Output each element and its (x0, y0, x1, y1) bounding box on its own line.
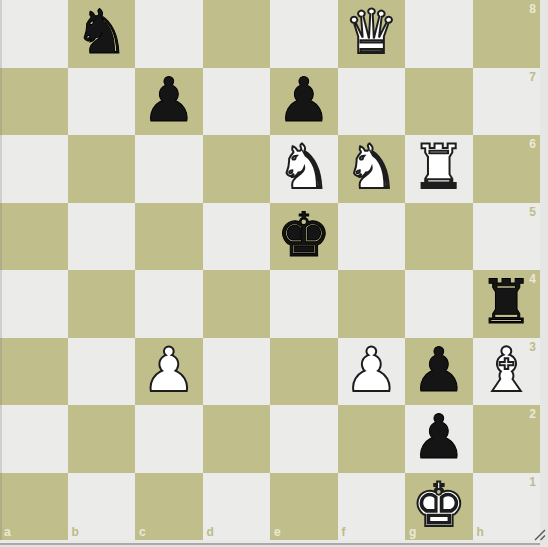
white-bishop-icon[interactable]: ♝ (479, 336, 534, 404)
square-a6[interactable] (0, 135, 68, 203)
square-d8[interactable] (203, 0, 271, 68)
file-label-b: b (72, 526, 79, 538)
square-g4[interactable] (405, 270, 473, 338)
square-h7[interactable]: 7 (473, 68, 541, 136)
rank-label-5: 5 (529, 206, 536, 218)
square-e1[interactable]: e (270, 473, 338, 541)
square-a5[interactable] (0, 203, 68, 271)
rank-label-6: 6 (529, 138, 536, 150)
square-b6[interactable] (68, 135, 136, 203)
square-c8[interactable] (135, 0, 203, 68)
square-d2[interactable] (203, 405, 271, 473)
square-e7[interactable]: ♟ (270, 68, 338, 136)
white-rook-icon[interactable]: ♜ (411, 133, 466, 201)
file-label-h: h (477, 526, 484, 538)
file-label-e: e (274, 526, 281, 538)
file-label-c: c (139, 526, 146, 538)
square-g7[interactable] (405, 68, 473, 136)
square-b2[interactable] (68, 405, 136, 473)
square-a7[interactable] (0, 68, 68, 136)
square-f8[interactable]: ♛ (338, 0, 406, 68)
rank-label-8: 8 (529, 3, 536, 15)
square-c4[interactable] (135, 270, 203, 338)
square-f3[interactable]: ♟ (338, 338, 406, 406)
black-rook-icon[interactable]: ♜ (479, 268, 534, 336)
square-e3[interactable] (270, 338, 338, 406)
square-h1[interactable]: 1h (473, 473, 541, 541)
black-pawn-icon[interactable]: ♟ (411, 336, 466, 404)
square-f6[interactable]: ♞ (338, 135, 406, 203)
white-pawn-icon[interactable]: ♟ (141, 336, 196, 404)
square-g5[interactable] (405, 203, 473, 271)
square-e8[interactable] (270, 0, 338, 68)
square-d6[interactable] (203, 135, 271, 203)
square-a8[interactable] (0, 0, 68, 68)
rank-label-2: 2 (529, 408, 536, 420)
board-resize-handle[interactable] (533, 528, 547, 542)
square-d3[interactable] (203, 338, 271, 406)
square-c6[interactable] (135, 135, 203, 203)
square-g8[interactable] (405, 0, 473, 68)
square-h4[interactable]: 4♜ (473, 270, 541, 338)
white-king-icon[interactable]: ♚ (411, 471, 466, 539)
black-knight-icon[interactable]: ♞ (74, 0, 129, 66)
square-e2[interactable] (270, 405, 338, 473)
square-a3[interactable] (0, 338, 68, 406)
chess-board-page: ♞♛8♟♟7♞♞♜6♚54♜♟♟♟3♝♟2abcdefg♚1h (0, 0, 548, 547)
white-queen-icon[interactable]: ♛ (344, 0, 399, 66)
square-h6[interactable]: 6 (473, 135, 541, 203)
square-g1[interactable]: g♚ (405, 473, 473, 541)
square-h3[interactable]: 3♝ (473, 338, 541, 406)
file-label-d: d (207, 526, 214, 538)
square-c5[interactable] (135, 203, 203, 271)
square-f5[interactable] (338, 203, 406, 271)
square-g3[interactable]: ♟ (405, 338, 473, 406)
file-label-f: f (342, 526, 346, 538)
black-pawn-icon[interactable]: ♟ (411, 403, 466, 471)
square-f2[interactable] (338, 405, 406, 473)
square-c1[interactable]: c (135, 473, 203, 541)
square-a2[interactable] (0, 405, 68, 473)
black-pawn-icon[interactable]: ♟ (141, 66, 196, 134)
square-e5[interactable]: ♚ (270, 203, 338, 271)
file-label-a: a (4, 526, 11, 538)
black-king-icon[interactable]: ♚ (276, 201, 331, 269)
square-f7[interactable] (338, 68, 406, 136)
square-h5[interactable]: 5 (473, 203, 541, 271)
square-g2[interactable]: ♟ (405, 405, 473, 473)
square-c7[interactable]: ♟ (135, 68, 203, 136)
square-b8[interactable]: ♞ (68, 0, 136, 68)
square-c2[interactable] (135, 405, 203, 473)
square-e4[interactable] (270, 270, 338, 338)
square-e6[interactable]: ♞ (270, 135, 338, 203)
square-d4[interactable] (203, 270, 271, 338)
square-a4[interactable] (0, 270, 68, 338)
square-d7[interactable] (203, 68, 271, 136)
white-knight-icon[interactable]: ♞ (276, 133, 331, 201)
page-bottom-margin (0, 540, 540, 547)
square-h8[interactable]: 8 (473, 0, 541, 68)
white-knight-icon[interactable]: ♞ (344, 133, 399, 201)
square-c3[interactable]: ♟ (135, 338, 203, 406)
black-pawn-icon[interactable]: ♟ (276, 66, 331, 134)
square-d1[interactable]: d (203, 473, 271, 541)
square-h2[interactable]: 2 (473, 405, 541, 473)
page-right-margin (540, 0, 548, 547)
square-b1[interactable]: b (68, 473, 136, 541)
rank-label-7: 7 (529, 71, 536, 83)
square-d5[interactable] (203, 203, 271, 271)
white-pawn-icon[interactable]: ♟ (344, 336, 399, 404)
chess-board: ♞♛8♟♟7♞♞♜6♚54♜♟♟♟3♝♟2abcdefg♚1h (0, 0, 540, 540)
square-f1[interactable]: f (338, 473, 406, 541)
square-f4[interactable] (338, 270, 406, 338)
square-b7[interactable] (68, 68, 136, 136)
square-b4[interactable] (68, 270, 136, 338)
square-b5[interactable] (68, 203, 136, 271)
rank-label-1: 1 (529, 476, 536, 488)
square-b3[interactable] (68, 338, 136, 406)
square-g6[interactable]: ♜ (405, 135, 473, 203)
square-a1[interactable]: a (0, 473, 68, 541)
